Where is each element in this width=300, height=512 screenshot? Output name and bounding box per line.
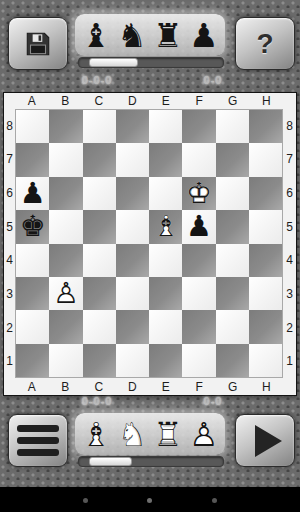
coord-label: G [216, 380, 250, 394]
castling-kingside-indicator-bottom[interactable]: 0-0 [195, 395, 231, 407]
coord-label: A [15, 380, 49, 394]
hamburger-icon [17, 425, 59, 432]
square-a2[interactable] [16, 310, 49, 343]
coord-label: H [250, 94, 284, 108]
square-d2[interactable] [116, 310, 149, 343]
square-g6[interactable] [216, 177, 249, 210]
square-b8[interactable] [49, 110, 82, 143]
coord-label: 8 [283, 119, 296, 133]
coord-label: 1 [283, 354, 296, 368]
floppy-disk-icon [23, 29, 53, 59]
square-h5[interactable] [249, 210, 282, 243]
square-g7[interactable] [216, 143, 249, 176]
coord-label: C [82, 94, 116, 108]
square-d4[interactable] [116, 244, 149, 277]
black-king: ♚ [20, 212, 46, 241]
castling-queenside-indicator-bottom[interactable]: 0-0-0 [74, 395, 120, 407]
bottom-slider[interactable] [78, 456, 224, 467]
nav-dot[interactable] [147, 498, 152, 503]
square-d6[interactable] [116, 177, 149, 210]
black-pieces-tray[interactable]: ♝♞♜♟ [75, 14, 225, 56]
coord-label: 6 [4, 186, 15, 200]
square-h7[interactable] [249, 143, 282, 176]
tray-black-knight[interactable]: ♞ [117, 19, 147, 52]
coord-label: D [116, 380, 150, 394]
top-slider-thumb[interactable] [89, 58, 138, 67]
bottom-slider-thumb[interactable] [89, 457, 132, 466]
square-a4[interactable] [16, 244, 49, 277]
square-d1[interactable] [116, 344, 149, 377]
square-f7[interactable] [182, 143, 215, 176]
file-labels-bottom: ABCDEFGH [15, 378, 283, 395]
square-f5[interactable]: ♟ [182, 210, 215, 243]
black-pawn: ♟ [186, 212, 212, 241]
board-grid: ♟♚♔♚♝♗♟♟♙ [15, 109, 283, 378]
square-a6[interactable]: ♟ [16, 177, 49, 210]
square-d7[interactable] [116, 143, 149, 176]
square-h2[interactable] [249, 310, 282, 343]
square-f4[interactable] [182, 244, 215, 277]
square-a5[interactable]: ♚ [16, 210, 49, 243]
coord-label: E [149, 94, 183, 108]
square-a1[interactable] [16, 344, 49, 377]
square-h1[interactable] [249, 344, 282, 377]
nav-dot[interactable] [83, 498, 88, 503]
square-f8[interactable] [182, 110, 215, 143]
square-e4[interactable] [149, 244, 182, 277]
coord-label: 6 [283, 186, 296, 200]
square-f3[interactable] [182, 277, 215, 310]
square-a8[interactable] [16, 110, 49, 143]
square-h4[interactable] [249, 244, 282, 277]
coord-label: A [15, 94, 49, 108]
square-a7[interactable] [16, 143, 49, 176]
menu-button[interactable] [8, 414, 68, 467]
square-e2[interactable] [149, 310, 182, 343]
white-king: ♚♔ [186, 179, 212, 208]
tray-black-rook[interactable]: ♜ [153, 19, 183, 52]
square-a3[interactable] [16, 277, 49, 310]
coord-label: 2 [283, 321, 296, 335]
coord-label: 2 [4, 321, 15, 335]
square-b4[interactable] [49, 244, 82, 277]
coord-label: 4 [4, 253, 15, 267]
save-button[interactable] [8, 17, 68, 70]
white-pieces-tray[interactable]: ♝♗♞♘♜♖♟♙ [75, 413, 225, 455]
square-b2[interactable] [49, 310, 82, 343]
square-c2[interactable] [83, 310, 116, 343]
square-c4[interactable] [83, 244, 116, 277]
tray-white-bishop[interactable]: ♝♗ [81, 418, 111, 451]
nav-dot[interactable] [212, 498, 217, 503]
square-e8[interactable] [149, 110, 182, 143]
coord-label: 1 [4, 354, 15, 368]
rank-labels-left: 87654321 [4, 109, 15, 378]
square-d8[interactable] [116, 110, 149, 143]
coord-label: 4 [283, 253, 296, 267]
square-b6[interactable] [49, 177, 82, 210]
coord-label: F [183, 380, 217, 394]
coord-label: 5 [4, 220, 15, 234]
top-slider[interactable] [78, 57, 224, 68]
square-e7[interactable] [149, 143, 182, 176]
coord-label: 7 [283, 152, 296, 166]
square-e6[interactable] [149, 177, 182, 210]
play-triangle-icon [255, 425, 282, 457]
square-g8[interactable] [216, 110, 249, 143]
coord-label: 5 [283, 220, 296, 234]
rank-labels-right: 87654321 [283, 109, 296, 378]
file-labels-top: ABCDEFGH [15, 93, 283, 109]
tray-white-pawn[interactable]: ♟♙ [189, 418, 219, 451]
square-e5[interactable]: ♝♗ [149, 210, 182, 243]
play-button[interactable] [235, 414, 295, 467]
coord-label: 3 [4, 287, 15, 301]
square-c1[interactable] [83, 344, 116, 377]
square-g3[interactable] [216, 277, 249, 310]
square-c7[interactable] [83, 143, 116, 176]
help-icon: ? [256, 28, 273, 60]
square-c8[interactable] [83, 110, 116, 143]
square-h6[interactable] [249, 177, 282, 210]
square-f6[interactable]: ♚♔ [182, 177, 215, 210]
help-button[interactable]: ? [235, 17, 295, 70]
square-e3[interactable] [149, 277, 182, 310]
tray-black-pawn[interactable]: ♟ [189, 19, 219, 52]
castling-queenside-indicator-top[interactable]: 0-0-0 [74, 74, 120, 86]
square-g4[interactable] [216, 244, 249, 277]
coord-label: F [183, 94, 217, 108]
square-b7[interactable] [49, 143, 82, 176]
square-c3[interactable] [83, 277, 116, 310]
coord-label: 8 [4, 119, 15, 133]
tray-black-bishop[interactable]: ♝ [81, 19, 111, 52]
android-nav-bar [0, 487, 300, 512]
square-d3[interactable] [116, 277, 149, 310]
white-pawn: ♟♙ [53, 279, 79, 308]
square-b3[interactable]: ♟♙ [49, 277, 82, 310]
coord-label: B [49, 380, 83, 394]
square-f2[interactable] [182, 310, 215, 343]
chess-board: ABCDEFGH 87654321 ♟♚♔♚♝♗♟♟♙ 87654321 ABC… [3, 92, 297, 396]
coord-label: D [116, 94, 150, 108]
square-g5[interactable] [216, 210, 249, 243]
tray-white-knight[interactable]: ♞♘ [117, 418, 147, 451]
coord-label: H [250, 380, 284, 394]
castling-kingside-indicator-top[interactable]: 0-0 [195, 74, 231, 86]
coord-label: G [216, 94, 250, 108]
white-bishop: ♝♗ [153, 212, 179, 241]
square-d5[interactable] [116, 210, 149, 243]
square-h8[interactable] [249, 110, 282, 143]
square-g1[interactable] [216, 344, 249, 377]
square-c5[interactable] [83, 210, 116, 243]
square-f1[interactable] [182, 344, 215, 377]
coord-label: 7 [4, 152, 15, 166]
square-h3[interactable] [249, 277, 282, 310]
square-b5[interactable] [49, 210, 82, 243]
square-c6[interactable] [83, 177, 116, 210]
square-e1[interactable] [149, 344, 182, 377]
app-screen: ♝♞♜♟ ? 0-0-0 0-0 ABCDEFGH 87654321 ♟♚♔♚♝… [0, 0, 300, 512]
square-b1[interactable] [49, 344, 82, 377]
coord-label: E [149, 380, 183, 394]
black-pawn: ♟ [20, 179, 46, 208]
coord-label: C [82, 380, 116, 394]
coord-label: B [49, 94, 83, 108]
square-g2[interactable] [216, 310, 249, 343]
coord-label: 3 [283, 287, 296, 301]
tray-white-rook[interactable]: ♜♖ [153, 418, 183, 451]
